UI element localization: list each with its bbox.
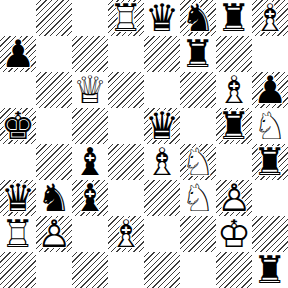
white-knight-icon: ♞♘ (180, 180, 216, 216)
square-c5[interactable] (72, 108, 108, 144)
square-b4[interactable] (36, 144, 72, 180)
white-rook-icon: ♜♖ (0, 216, 36, 252)
black-queen-icon: ♛♛ (144, 0, 180, 36)
square-h5[interactable]: ♞♘ (252, 108, 288, 144)
black-pawn-icon: ♟♟ (0, 36, 36, 72)
square-d5[interactable] (108, 108, 144, 144)
square-g5[interactable]: ♜♜ (216, 108, 252, 144)
square-e1[interactable] (144, 252, 180, 288)
square-a3[interactable]: ♛♛ (0, 180, 36, 216)
black-rook-icon: ♜♜ (180, 36, 216, 72)
square-b2[interactable]: ♟♙ (36, 216, 72, 252)
black-queen-icon: ♛♛ (144, 108, 180, 144)
white-pawn-icon: ♟♙ (36, 216, 72, 252)
black-knight-icon: ♞♞ (36, 180, 72, 216)
square-e2[interactable] (144, 216, 180, 252)
square-g1[interactable] (216, 252, 252, 288)
black-rook-icon: ♜♜ (252, 144, 288, 180)
black-bishop-icon: ♝♝ (72, 144, 108, 180)
square-a1[interactable] (0, 252, 36, 288)
black-queen-icon: ♛♛ (0, 180, 36, 216)
square-a6[interactable] (0, 72, 36, 108)
square-h3[interactable] (252, 180, 288, 216)
white-knight-icon: ♞♘ (252, 108, 288, 144)
black-rook-icon: ♜♜ (252, 252, 288, 288)
black-rook-icon: ♜♜ (216, 0, 252, 36)
square-d7[interactable] (108, 36, 144, 72)
square-h7[interactable] (252, 36, 288, 72)
square-a2[interactable]: ♜♖ (0, 216, 36, 252)
square-b3[interactable]: ♞♞ (36, 180, 72, 216)
square-g7[interactable] (216, 36, 252, 72)
square-g3[interactable]: ♟♙ (216, 180, 252, 216)
square-c4[interactable]: ♝♝ (72, 144, 108, 180)
square-e3[interactable] (144, 180, 180, 216)
black-king-icon: ♚♚ (0, 108, 36, 144)
square-a4[interactable] (0, 144, 36, 180)
square-g4[interactable] (216, 144, 252, 180)
white-bishop-icon: ♝♗ (108, 216, 144, 252)
square-e8[interactable]: ♛♛ (144, 0, 180, 36)
square-c2[interactable] (72, 216, 108, 252)
square-h6[interactable]: ♟♟ (252, 72, 288, 108)
square-d1[interactable] (108, 252, 144, 288)
square-a8[interactable] (0, 0, 36, 36)
square-g2[interactable]: ♚♔ (216, 216, 252, 252)
square-d8[interactable]: ♜♖ (108, 0, 144, 36)
square-a5[interactable]: ♚♚ (0, 108, 36, 144)
white-bishop-icon: ♝♗ (216, 72, 252, 108)
square-f3[interactable]: ♞♘ (180, 180, 216, 216)
square-d6[interactable] (108, 72, 144, 108)
white-knight-icon: ♞♘ (180, 144, 216, 180)
white-rook-icon: ♜♖ (108, 0, 144, 36)
square-b6[interactable] (36, 72, 72, 108)
square-e4[interactable]: ♝♗ (144, 144, 180, 180)
black-pawn-icon: ♟♟ (252, 72, 288, 108)
square-h2[interactable] (252, 216, 288, 252)
square-h4[interactable]: ♜♜ (252, 144, 288, 180)
square-f2[interactable] (180, 216, 216, 252)
black-knight-icon: ♞♞ (180, 0, 216, 36)
square-d2[interactable]: ♝♗ (108, 216, 144, 252)
square-f1[interactable] (180, 252, 216, 288)
square-f4[interactable]: ♞♘ (180, 144, 216, 180)
square-d3[interactable] (108, 180, 144, 216)
white-bishop-icon: ♝♗ (144, 144, 180, 180)
square-e6[interactable] (144, 72, 180, 108)
square-e5[interactable]: ♛♛ (144, 108, 180, 144)
white-bishop-icon: ♝♗ (252, 0, 288, 36)
black-rook-icon: ♜♜ (216, 108, 252, 144)
square-d4[interactable] (108, 144, 144, 180)
square-f6[interactable] (180, 72, 216, 108)
square-b5[interactable] (36, 108, 72, 144)
square-c3[interactable]: ♝♝ (72, 180, 108, 216)
square-c1[interactable] (72, 252, 108, 288)
square-b1[interactable] (36, 252, 72, 288)
square-c7[interactable] (72, 36, 108, 72)
square-c6[interactable]: ♛♕ (72, 72, 108, 108)
square-h8[interactable]: ♝♗ (252, 0, 288, 36)
square-b7[interactable] (36, 36, 72, 72)
white-king-icon: ♚♔ (216, 216, 252, 252)
square-e7[interactable] (144, 36, 180, 72)
white-pawn-icon: ♟♙ (216, 180, 252, 216)
square-a7[interactable]: ♟♟ (0, 36, 36, 72)
square-c8[interactable] (72, 0, 108, 36)
square-g8[interactable]: ♜♜ (216, 0, 252, 36)
chess-board: ♜♖♛♛♞♞♜♜♝♗♟♟♜♜♛♕♝♗♟♟♚♚♛♛♜♜♞♘♝♝♝♗♞♘♜♜♛♛♞♞… (0, 0, 288, 288)
square-g6[interactable]: ♝♗ (216, 72, 252, 108)
white-queen-icon: ♛♕ (72, 72, 108, 108)
square-f7[interactable]: ♜♜ (180, 36, 216, 72)
black-bishop-icon: ♝♝ (72, 180, 108, 216)
square-h1[interactable]: ♜♜ (252, 252, 288, 288)
square-f5[interactable] (180, 108, 216, 144)
square-b8[interactable] (36, 0, 72, 36)
square-f8[interactable]: ♞♞ (180, 0, 216, 36)
